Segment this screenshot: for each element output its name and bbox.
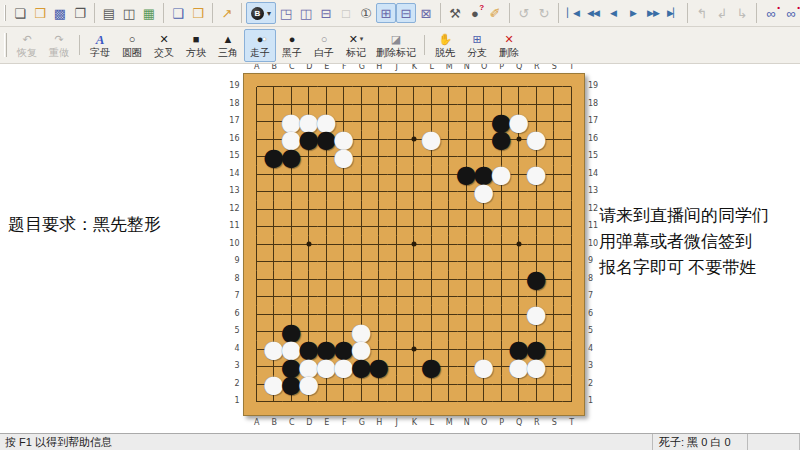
point-H3[interactable]: ● <box>370 358 388 376</box>
point-R19[interactable] <box>528 78 546 96</box>
point-S11[interactable] <box>545 218 563 236</box>
stone-white-D2[interactable]: ● <box>298 372 319 396</box>
point-P14[interactable]: ● <box>493 166 511 184</box>
point-S10[interactable] <box>545 236 563 254</box>
point-R3[interactable]: ● <box>528 358 546 376</box>
point-T12[interactable] <box>563 201 581 219</box>
point-N9[interactable] <box>458 253 476 271</box>
point-M16[interactable] <box>440 131 458 149</box>
point-G12[interactable] <box>353 201 371 219</box>
point-M4[interactable] <box>440 341 458 359</box>
point-M11[interactable] <box>440 218 458 236</box>
point-C13[interactable] <box>283 183 301 201</box>
point-O9[interactable] <box>475 253 493 271</box>
delete-mark-button[interactable]: ◪删除标记 <box>372 29 420 62</box>
point-P1[interactable] <box>493 393 511 411</box>
point-S13[interactable] <box>545 183 563 201</box>
point-D9[interactable] <box>300 253 318 271</box>
triangle-mark-button[interactable]: ▲三角 <box>212 29 244 62</box>
point-O7[interactable] <box>475 288 493 306</box>
point-B7[interactable] <box>265 288 283 306</box>
point-J2[interactable] <box>388 376 406 394</box>
point-B11[interactable] <box>265 218 283 236</box>
point-J10[interactable] <box>388 236 406 254</box>
point-K12[interactable] <box>405 201 423 219</box>
point-O1[interactable] <box>475 393 493 411</box>
point-M3[interactable] <box>440 358 458 376</box>
stone-black-R8[interactable]: ● <box>526 267 547 291</box>
point-A18[interactable] <box>248 96 266 114</box>
point-H12[interactable] <box>370 201 388 219</box>
point-C12[interactable] <box>283 201 301 219</box>
point-E1[interactable] <box>318 393 336 411</box>
point-J19[interactable] <box>388 78 406 96</box>
letter-label-button[interactable]: A字母 <box>84 29 116 62</box>
point-S19[interactable] <box>545 78 563 96</box>
point-O5[interactable] <box>475 323 493 341</box>
point-J12[interactable] <box>388 201 406 219</box>
point-B19[interactable] <box>265 78 283 96</box>
point-S7[interactable] <box>545 288 563 306</box>
print-preview-icon[interactable]: ◫ <box>119 3 139 23</box>
point-M5[interactable] <box>440 323 458 341</box>
point-T19[interactable] <box>563 78 581 96</box>
nav-last-icon[interactable]: ▶▏ <box>663 3 683 23</box>
point-K10[interactable] <box>405 236 423 254</box>
point-D8[interactable] <box>300 271 318 289</box>
point-H7[interactable] <box>370 288 388 306</box>
point-E6[interactable] <box>318 306 336 324</box>
point-N16[interactable] <box>458 131 476 149</box>
point-J3[interactable] <box>388 358 406 376</box>
point-E12[interactable] <box>318 201 336 219</box>
point-P7[interactable] <box>493 288 511 306</box>
find-white-icon[interactable]: ∞• <box>781 3 800 23</box>
point-C10[interactable] <box>283 236 301 254</box>
point-L12[interactable] <box>423 201 441 219</box>
point-T15[interactable] <box>563 148 581 166</box>
point-A10[interactable] <box>248 236 266 254</box>
white-stone-button[interactable]: ○白子 <box>308 29 340 62</box>
point-K1[interactable] <box>405 393 423 411</box>
point-E19[interactable] <box>318 78 336 96</box>
point-N7[interactable] <box>458 288 476 306</box>
nav-prev-icon[interactable]: ◀ <box>603 3 623 23</box>
point-K8[interactable] <box>405 271 423 289</box>
point-E13[interactable] <box>318 183 336 201</box>
point-Q19[interactable] <box>510 78 528 96</box>
point-G14[interactable] <box>353 166 371 184</box>
next-to-play-black-button[interactable]: B▾ <box>246 2 276 24</box>
point-C15[interactable]: ● <box>283 148 301 166</box>
point-L18[interactable] <box>423 96 441 114</box>
tree-compact-icon[interactable]: ⊟ <box>396 3 416 23</box>
point-M6[interactable] <box>440 306 458 324</box>
mark-button[interactable]: ✕▾标记 <box>340 29 372 62</box>
point-K18[interactable] <box>405 96 423 114</box>
point-B8[interactable] <box>265 271 283 289</box>
stone-white-O3[interactable]: ● <box>473 355 494 379</box>
point-F1[interactable] <box>335 393 353 411</box>
close-file-icon[interactable]: ❐ <box>70 3 90 23</box>
point-N8[interactable] <box>458 271 476 289</box>
point-P12[interactable] <box>493 201 511 219</box>
stone-black-C15[interactable]: ● <box>281 145 302 169</box>
new-file-icon[interactable]: ❏ <box>10 3 30 23</box>
point-D13[interactable] <box>300 183 318 201</box>
point-K5[interactable] <box>405 323 423 341</box>
point-F12[interactable] <box>335 201 353 219</box>
point-R6[interactable]: ● <box>528 306 546 324</box>
point-F9[interactable] <box>335 253 353 271</box>
point-K13[interactable] <box>405 183 423 201</box>
export-position-icon[interactable]: ↗ <box>217 3 237 23</box>
point-P11[interactable] <box>493 218 511 236</box>
point-G16[interactable] <box>353 131 371 149</box>
nav-next-icon[interactable]: ▶ <box>623 3 643 23</box>
point-G19[interactable] <box>353 78 371 96</box>
stone-black-P16[interactable]: ● <box>491 127 512 151</box>
point-T8[interactable] <box>563 271 581 289</box>
point-S2[interactable] <box>545 376 563 394</box>
stone-white-R3[interactable]: ● <box>526 355 547 379</box>
window-hsplit-icon[interactable]: ⊟ <box>316 3 336 23</box>
nav-first-icon[interactable]: ▏◀ <box>563 3 583 23</box>
point-S1[interactable] <box>545 393 563 411</box>
point-G7[interactable] <box>353 288 371 306</box>
point-Q12[interactable] <box>510 201 528 219</box>
point-S14[interactable] <box>545 166 563 184</box>
point-K14[interactable] <box>405 166 423 184</box>
point-O8[interactable] <box>475 271 493 289</box>
point-T13[interactable] <box>563 183 581 201</box>
point-T16[interactable] <box>563 131 581 149</box>
point-F7[interactable] <box>335 288 353 306</box>
point-T11[interactable] <box>563 218 581 236</box>
point-A9[interactable] <box>248 253 266 271</box>
point-P6[interactable] <box>493 306 511 324</box>
stone-white-F15[interactable]: ● <box>333 145 354 169</box>
point-E7[interactable] <box>318 288 336 306</box>
tree-layout-icon[interactable]: ⊠ <box>416 3 436 23</box>
point-E11[interactable] <box>318 218 336 236</box>
point-P8[interactable] <box>493 271 511 289</box>
point-N1[interactable] <box>458 393 476 411</box>
point-D14[interactable] <box>300 166 318 184</box>
point-M10[interactable] <box>440 236 458 254</box>
point-J13[interactable] <box>388 183 406 201</box>
stone-white-R14[interactable]: ● <box>526 162 547 186</box>
point-H1[interactable] <box>370 393 388 411</box>
point-T1[interactable] <box>563 393 581 411</box>
point-L8[interactable] <box>423 271 441 289</box>
point-A6[interactable] <box>248 306 266 324</box>
cross-mark-button[interactable]: ✕交叉 <box>148 29 180 62</box>
point-G10[interactable] <box>353 236 371 254</box>
point-G11[interactable] <box>353 218 371 236</box>
point-L6[interactable] <box>423 306 441 324</box>
point-N5[interactable] <box>458 323 476 341</box>
tree-view-icon[interactable]: ⊞ <box>376 3 396 23</box>
point-H16[interactable] <box>370 131 388 149</box>
point-D19[interactable] <box>300 78 318 96</box>
point-T17[interactable] <box>563 113 581 131</box>
point-M17[interactable] <box>440 113 458 131</box>
point-S4[interactable] <box>545 341 563 359</box>
point-M8[interactable] <box>440 271 458 289</box>
point-E9[interactable] <box>318 253 336 271</box>
point-J15[interactable] <box>388 148 406 166</box>
point-H9[interactable] <box>370 253 388 271</box>
point-F11[interactable] <box>335 218 353 236</box>
point-M2[interactable] <box>440 376 458 394</box>
point-N17[interactable] <box>458 113 476 131</box>
point-B9[interactable] <box>265 253 283 271</box>
point-G1[interactable] <box>353 393 371 411</box>
point-C7[interactable] <box>283 288 301 306</box>
point-C8[interactable] <box>283 271 301 289</box>
point-L5[interactable] <box>423 323 441 341</box>
point-C9[interactable] <box>283 253 301 271</box>
point-S15[interactable] <box>545 148 563 166</box>
print-icon[interactable]: ▤ <box>99 3 119 23</box>
point-L11[interactable] <box>423 218 441 236</box>
stone-white-O13[interactable]: ● <box>473 180 494 204</box>
point-B13[interactable] <box>265 183 283 201</box>
stone-white-L16[interactable]: ● <box>421 127 442 151</box>
nav-rewind-icon[interactable]: ◀◀ <box>583 3 603 23</box>
point-N11[interactable] <box>458 218 476 236</box>
point-A13[interactable] <box>248 183 266 201</box>
point-K7[interactable] <box>405 288 423 306</box>
paste-icon[interactable]: ❒ <box>188 3 208 23</box>
stone-white-R6[interactable]: ● <box>526 302 547 326</box>
find-black-icon[interactable]: ∞• <box>761 3 781 23</box>
point-O10[interactable] <box>475 236 493 254</box>
point-L14[interactable] <box>423 166 441 184</box>
point-J6[interactable] <box>388 306 406 324</box>
point-H17[interactable] <box>370 113 388 131</box>
point-A11[interactable] <box>248 218 266 236</box>
point-B12[interactable] <box>265 201 283 219</box>
point-N19[interactable] <box>458 78 476 96</box>
point-N6[interactable] <box>458 306 476 324</box>
open-file-icon[interactable]: ❒ <box>30 3 50 23</box>
point-L3[interactable]: ● <box>423 358 441 376</box>
point-G8[interactable] <box>353 271 371 289</box>
point-R1[interactable] <box>528 393 546 411</box>
point-N10[interactable] <box>458 236 476 254</box>
point-H10[interactable] <box>370 236 388 254</box>
point-Q11[interactable] <box>510 218 528 236</box>
point-H13[interactable] <box>370 183 388 201</box>
point-R8[interactable]: ● <box>528 271 546 289</box>
point-H15[interactable] <box>370 148 388 166</box>
point-O3[interactable]: ● <box>475 358 493 376</box>
point-O13[interactable]: ● <box>475 183 493 201</box>
point-T9[interactable] <box>563 253 581 271</box>
point-J17[interactable] <box>388 113 406 131</box>
point-E8[interactable] <box>318 271 336 289</box>
point-R18[interactable] <box>528 96 546 114</box>
point-J11[interactable] <box>388 218 406 236</box>
point-N18[interactable] <box>458 96 476 114</box>
point-T5[interactable] <box>563 323 581 341</box>
point-G15[interactable] <box>353 148 371 166</box>
point-G13[interactable] <box>353 183 371 201</box>
point-J16[interactable] <box>388 131 406 149</box>
point-L13[interactable] <box>423 183 441 201</box>
point-J7[interactable] <box>388 288 406 306</box>
point-C19[interactable] <box>283 78 301 96</box>
point-F18[interactable] <box>335 96 353 114</box>
point-H6[interactable] <box>370 306 388 324</box>
point-D11[interactable] <box>300 218 318 236</box>
point-S12[interactable] <box>545 201 563 219</box>
point-K19[interactable] <box>405 78 423 96</box>
point-K6[interactable] <box>405 306 423 324</box>
point-L16[interactable]: ● <box>423 131 441 149</box>
move-number-icon[interactable]: ① <box>356 3 376 23</box>
point-P9[interactable] <box>493 253 511 271</box>
stone-white-R16[interactable]: ● <box>526 127 547 151</box>
save-icon[interactable]: ▩ <box>50 3 70 23</box>
point-P16[interactable]: ● <box>493 131 511 149</box>
point-K9[interactable] <box>405 253 423 271</box>
point-M12[interactable] <box>440 201 458 219</box>
point-H11[interactable] <box>370 218 388 236</box>
point-D6[interactable] <box>300 306 318 324</box>
point-H14[interactable] <box>370 166 388 184</box>
point-D7[interactable] <box>300 288 318 306</box>
point-M1[interactable] <box>440 393 458 411</box>
point-T4[interactable] <box>563 341 581 359</box>
point-J5[interactable] <box>388 323 406 341</box>
point-R12[interactable] <box>528 201 546 219</box>
point-M9[interactable] <box>440 253 458 271</box>
point-C11[interactable] <box>283 218 301 236</box>
branch-button[interactable]: ⊞分支 <box>461 29 493 62</box>
black-stone-button[interactable]: ●黑子 <box>276 29 308 62</box>
point-A12[interactable] <box>248 201 266 219</box>
point-F10[interactable] <box>335 236 353 254</box>
point-J1[interactable] <box>388 393 406 411</box>
point-J14[interactable] <box>388 166 406 184</box>
point-M7[interactable] <box>440 288 458 306</box>
point-F15[interactable]: ● <box>335 148 353 166</box>
point-R11[interactable] <box>528 218 546 236</box>
point-T7[interactable] <box>563 288 581 306</box>
point-S18[interactable] <box>545 96 563 114</box>
point-R16[interactable]: ● <box>528 131 546 149</box>
point-B10[interactable] <box>265 236 283 254</box>
point-P10[interactable] <box>493 236 511 254</box>
point-S9[interactable] <box>545 253 563 271</box>
point-J8[interactable] <box>388 271 406 289</box>
window-new-icon[interactable]: ◳ <box>276 3 296 23</box>
point-T10[interactable] <box>563 236 581 254</box>
stone-black-L3[interactable]: ● <box>421 355 442 379</box>
point-M18[interactable] <box>440 96 458 114</box>
play-move-button[interactable]: ●走子 <box>244 29 276 62</box>
point-J4[interactable] <box>388 341 406 359</box>
point-R10[interactable] <box>528 236 546 254</box>
point-S5[interactable] <box>545 323 563 341</box>
tools-icon[interactable]: ⚒ <box>445 3 465 23</box>
point-T2[interactable] <box>563 376 581 394</box>
mark-button-caret-icon[interactable]: ▾ <box>360 35 364 43</box>
delete-button[interactable]: ✕删除 <box>493 29 525 62</box>
window-vsplit-icon[interactable]: ◫ <box>296 3 316 23</box>
point-A7[interactable] <box>248 288 266 306</box>
point-P19[interactable] <box>493 78 511 96</box>
point-O19[interactable] <box>475 78 493 96</box>
point-R14[interactable]: ● <box>528 166 546 184</box>
point-O6[interactable] <box>475 306 493 324</box>
point-D12[interactable] <box>300 201 318 219</box>
point-S3[interactable] <box>545 358 563 376</box>
point-T3[interactable] <box>563 358 581 376</box>
point-D2[interactable]: ● <box>300 376 318 394</box>
nav-forward-icon[interactable]: ▶▶ <box>643 3 663 23</box>
point-E10[interactable] <box>318 236 336 254</box>
guess-move-icon[interactable]: ●? <box>465 3 485 23</box>
point-Q10[interactable] <box>510 236 528 254</box>
point-T14[interactable] <box>563 166 581 184</box>
point-G18[interactable] <box>353 96 371 114</box>
point-S16[interactable] <box>545 131 563 149</box>
point-A19[interactable] <box>248 78 266 96</box>
point-F13[interactable] <box>335 183 353 201</box>
point-T18[interactable] <box>563 96 581 114</box>
point-H5[interactable] <box>370 323 388 341</box>
point-L7[interactable] <box>423 288 441 306</box>
point-H19[interactable] <box>370 78 388 96</box>
point-Q1[interactable] <box>510 393 528 411</box>
point-J9[interactable] <box>388 253 406 271</box>
point-L1[interactable] <box>423 393 441 411</box>
square-mark-button[interactable]: ■方块 <box>180 29 212 62</box>
point-O11[interactable] <box>475 218 493 236</box>
point-L19[interactable] <box>423 78 441 96</box>
point-G17[interactable] <box>353 113 371 131</box>
point-S8[interactable] <box>545 271 563 289</box>
point-S6[interactable] <box>545 306 563 324</box>
point-K11[interactable] <box>405 218 423 236</box>
circle-mark-button[interactable]: ○圆圈 <box>116 29 148 62</box>
toolbar-drag-handle-2[interactable] <box>4 33 7 57</box>
point-S17[interactable] <box>545 113 563 131</box>
tenuki-button[interactable]: ✋脱先 <box>429 29 461 62</box>
point-H8[interactable] <box>370 271 388 289</box>
point-H18[interactable] <box>370 96 388 114</box>
point-A17[interactable] <box>248 113 266 131</box>
point-G9[interactable] <box>353 253 371 271</box>
point-F8[interactable] <box>335 271 353 289</box>
point-T6[interactable] <box>563 306 581 324</box>
copy-icon[interactable]: ❑ <box>168 3 188 23</box>
point-A8[interactable] <box>248 271 266 289</box>
point-F19[interactable] <box>335 78 353 96</box>
point-D10[interactable] <box>300 236 318 254</box>
stone-black-H3[interactable]: ● <box>368 355 389 379</box>
point-L10[interactable] <box>423 236 441 254</box>
toolbar-drag-handle[interactable] <box>4 5 6 22</box>
point-L9[interactable] <box>423 253 441 271</box>
brush-icon[interactable]: ✐ <box>485 3 505 23</box>
export-image-icon[interactable]: ▦ <box>139 3 159 23</box>
point-J18[interactable] <box>388 96 406 114</box>
